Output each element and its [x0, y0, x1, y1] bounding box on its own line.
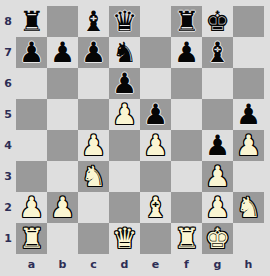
white-pawn-icon: ♟	[50, 192, 75, 223]
white-pawn-icon: ♟	[19, 192, 44, 223]
black-pawn-icon: ♟	[112, 68, 137, 99]
square-e2[interactable]: ♝	[140, 192, 171, 223]
square-e6[interactable]	[140, 68, 171, 99]
square-b5[interactable]	[47, 99, 78, 130]
square-h4[interactable]: ♟	[233, 130, 264, 161]
file-label-a: a	[16, 254, 47, 274]
square-a1[interactable]: ♜	[16, 223, 47, 254]
rank-label-2: 2	[0, 192, 16, 223]
square-d6[interactable]: ♟	[109, 68, 140, 99]
square-g2[interactable]: ♟	[202, 192, 233, 223]
square-a4[interactable]	[16, 130, 47, 161]
square-e5[interactable]: ♟	[140, 99, 171, 130]
rank-label-1: 1	[0, 223, 16, 254]
white-pawn-icon: ♟	[205, 161, 230, 192]
square-h1[interactable]	[233, 223, 264, 254]
file-label-g: g	[202, 254, 233, 274]
white-pawn-icon: ♟	[205, 192, 230, 223]
black-pawn-icon: ♟	[50, 37, 75, 68]
square-c5[interactable]	[78, 99, 109, 130]
rank-label-3: 3	[0, 161, 16, 192]
rank-label-5: 5	[0, 99, 16, 130]
rank-label-8: 8	[0, 6, 16, 37]
square-h8[interactable]	[233, 6, 264, 37]
square-e1[interactable]	[140, 223, 171, 254]
black-pawn-icon: ♟	[236, 99, 261, 130]
square-g3[interactable]: ♟	[202, 161, 233, 192]
square-d8[interactable]: ♛	[109, 6, 140, 37]
square-b4[interactable]	[47, 130, 78, 161]
square-g4[interactable]: ♟	[202, 130, 233, 161]
white-pawn-icon: ♟	[143, 130, 168, 161]
square-g6[interactable]	[202, 68, 233, 99]
file-label-b: b	[47, 254, 78, 274]
square-h7[interactable]	[233, 37, 264, 68]
black-pawn-icon: ♟	[205, 130, 230, 161]
square-c6[interactable]	[78, 68, 109, 99]
square-h6[interactable]	[233, 68, 264, 99]
square-b7[interactable]: ♟	[47, 37, 78, 68]
chess-diagram: 87654321 ♜♝♛♜♚♟♟♟♞♟♝♟♟♟♟♟♟♟♟♞♟♟♟♝♟♞♜♛♜♚ …	[0, 0, 270, 276]
white-rook-icon: ♜	[174, 223, 199, 254]
square-f1[interactable]: ♜	[171, 223, 202, 254]
square-a5[interactable]	[16, 99, 47, 130]
white-pawn-icon: ♟	[81, 130, 106, 161]
square-h5[interactable]: ♟	[233, 99, 264, 130]
rank-label-6: 6	[0, 68, 16, 99]
square-b2[interactable]: ♟	[47, 192, 78, 223]
square-c8[interactable]: ♝	[78, 6, 109, 37]
chess-board: ♜♝♛♜♚♟♟♟♞♟♝♟♟♟♟♟♟♟♟♞♟♟♟♝♟♞♜♛♜♚	[16, 6, 264, 254]
white-rook-icon: ♜	[19, 223, 44, 254]
square-f7[interactable]: ♟	[171, 37, 202, 68]
square-c2[interactable]	[78, 192, 109, 223]
file-label-f: f	[171, 254, 202, 274]
file-label-e: e	[140, 254, 171, 274]
white-knight-icon: ♞	[236, 192, 261, 223]
square-e8[interactable]	[140, 6, 171, 37]
black-pawn-icon: ♟	[81, 37, 106, 68]
white-pawn-icon: ♟	[112, 99, 137, 130]
rank-labels: 87654321	[0, 6, 16, 254]
square-a3[interactable]	[16, 161, 47, 192]
square-a7[interactable]: ♟	[16, 37, 47, 68]
square-f4[interactable]	[171, 130, 202, 161]
black-rook-icon: ♜	[174, 6, 199, 37]
square-c3[interactable]: ♞	[78, 161, 109, 192]
square-a2[interactable]: ♟	[16, 192, 47, 223]
square-b6[interactable]	[47, 68, 78, 99]
square-d2[interactable]	[109, 192, 140, 223]
square-g8[interactable]: ♚	[202, 6, 233, 37]
square-d3[interactable]	[109, 161, 140, 192]
black-king-icon: ♚	[205, 6, 230, 37]
rank-label-7: 7	[0, 37, 16, 68]
white-bishop-icon: ♝	[143, 192, 168, 223]
square-f5[interactable]	[171, 99, 202, 130]
square-f6[interactable]	[171, 68, 202, 99]
black-pawn-icon: ♟	[174, 37, 199, 68]
black-queen-icon: ♛	[112, 6, 137, 37]
square-d7[interactable]: ♞	[109, 37, 140, 68]
white-knight-icon: ♞	[81, 161, 106, 192]
square-f8[interactable]: ♜	[171, 6, 202, 37]
square-c7[interactable]: ♟	[78, 37, 109, 68]
square-e7[interactable]	[140, 37, 171, 68]
square-b1[interactable]	[47, 223, 78, 254]
square-h2[interactable]: ♞	[233, 192, 264, 223]
square-g1[interactable]: ♚	[202, 223, 233, 254]
file-labels: abcdefgh	[16, 254, 264, 274]
square-b3[interactable]	[47, 161, 78, 192]
square-g5[interactable]	[202, 99, 233, 130]
black-rook-icon: ♜	[19, 6, 44, 37]
square-e4[interactable]: ♟	[140, 130, 171, 161]
square-h3[interactable]	[233, 161, 264, 192]
square-a8[interactable]: ♜	[16, 6, 47, 37]
square-f2[interactable]	[171, 192, 202, 223]
square-d4[interactable]	[109, 130, 140, 161]
black-pawn-icon: ♟	[19, 37, 44, 68]
file-label-h: h	[233, 254, 264, 274]
black-bishop-icon: ♝	[205, 37, 230, 68]
white-king-icon: ♚	[205, 223, 230, 254]
square-c4[interactable]: ♟	[78, 130, 109, 161]
square-a6[interactable]	[16, 68, 47, 99]
square-b8[interactable]	[47, 6, 78, 37]
white-queen-icon: ♛	[112, 223, 137, 254]
rank-label-4: 4	[0, 130, 16, 161]
black-knight-icon: ♞	[112, 37, 137, 68]
black-pawn-icon: ♟	[143, 99, 168, 130]
square-d5[interactable]: ♟	[109, 99, 140, 130]
square-e3[interactable]	[140, 161, 171, 192]
square-c1[interactable]	[78, 223, 109, 254]
file-label-d: d	[109, 254, 140, 274]
square-d1[interactable]: ♛	[109, 223, 140, 254]
white-pawn-icon: ♟	[236, 130, 261, 161]
file-label-c: c	[78, 254, 109, 274]
square-f3[interactable]	[171, 161, 202, 192]
square-g7[interactable]: ♝	[202, 37, 233, 68]
black-bishop-icon: ♝	[81, 6, 106, 37]
